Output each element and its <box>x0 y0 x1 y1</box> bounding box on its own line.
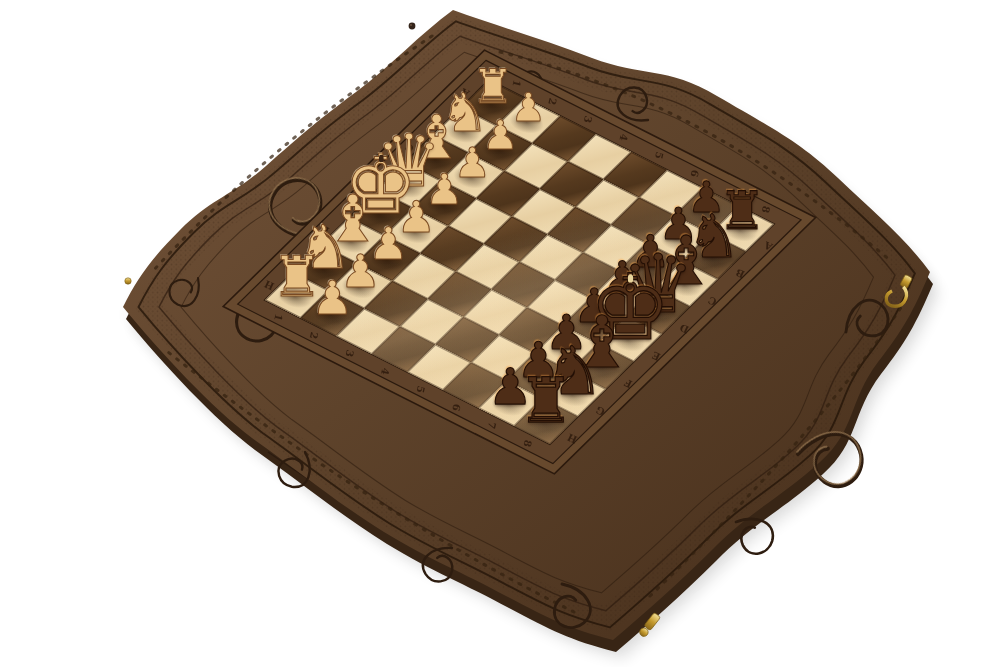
piece-white-pawn-h2[interactable]: ♟ <box>313 293 353 333</box>
brass-hinge-pin <box>125 278 131 284</box>
black-king-finial <box>627 274 632 282</box>
hinge-knob <box>409 23 416 30</box>
product-photo-stage: 1122334455667788AABBCCDDEEFFGGHH ♜♟♟♜♞♟♟… <box>0 0 1000 667</box>
piece-white-rook-h1[interactable]: ♜ <box>277 276 316 315</box>
white-king-finial <box>378 155 383 162</box>
piece-black-rook-h8[interactable]: ♜ <box>524 400 567 443</box>
